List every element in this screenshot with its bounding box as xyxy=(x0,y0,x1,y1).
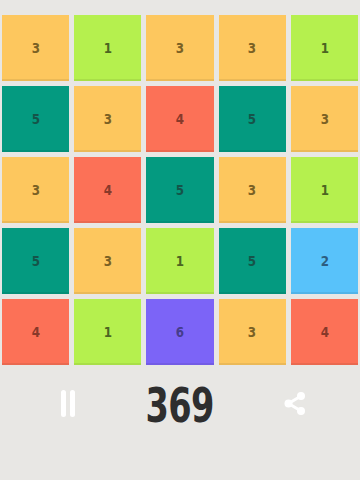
tile-r2c1[interactable]: 5 xyxy=(2,86,69,152)
tile-r2c4[interactable]: 5 xyxy=(219,86,286,152)
tile-r2c2[interactable]: 3 xyxy=(74,86,141,152)
tile-value: 3 xyxy=(320,111,328,127)
tile-value: 5 xyxy=(248,111,256,127)
tile-r5c3[interactable]: 6 xyxy=(146,299,213,365)
tile-r5c1[interactable]: 4 xyxy=(2,299,69,365)
tile-value: 5 xyxy=(31,111,39,127)
tile-value: 1 xyxy=(320,182,328,198)
tile-r4c1[interactable]: 5 xyxy=(2,228,69,294)
tile-value: 1 xyxy=(176,253,184,269)
tile-value: 3 xyxy=(248,40,256,56)
tile-r4c4[interactable]: 5 xyxy=(219,228,286,294)
tile-r5c4[interactable]: 3 xyxy=(219,299,286,365)
footer-bar: 369 xyxy=(0,368,360,480)
tile-r5c5[interactable]: 4 xyxy=(291,299,358,365)
tile-value: 2 xyxy=(320,253,328,269)
tile-value: 3 xyxy=(104,111,112,127)
tile-r3c5[interactable]: 1 xyxy=(291,157,358,223)
tile-value: 3 xyxy=(104,253,112,269)
tile-r1c4[interactable]: 3 xyxy=(219,15,286,81)
tile-value: 3 xyxy=(176,40,184,56)
tile-value: 5 xyxy=(248,253,256,269)
tile-value: 5 xyxy=(176,182,184,198)
tile-value: 5 xyxy=(31,253,39,269)
tile-value: 1 xyxy=(104,324,112,340)
tile-r1c3[interactable]: 3 xyxy=(146,15,213,81)
tile-value: 4 xyxy=(31,324,39,340)
tile-r1c2[interactable]: 1 xyxy=(74,15,141,81)
tile-value: 4 xyxy=(176,111,184,127)
tile-r2c3[interactable]: 4 xyxy=(146,86,213,152)
tile-r2c5[interactable]: 3 xyxy=(291,86,358,152)
board: 3133153453345315315241634 xyxy=(2,15,358,365)
tile-value: 1 xyxy=(104,40,112,56)
tile-value: 6 xyxy=(176,324,184,340)
tile-value: 3 xyxy=(31,40,39,56)
tile-r3c2[interactable]: 4 xyxy=(74,157,141,223)
share-icon xyxy=(282,390,308,417)
tile-r4c5[interactable]: 2 xyxy=(291,228,358,294)
tile-value: 3 xyxy=(248,182,256,198)
tile-r5c2[interactable]: 1 xyxy=(74,299,141,365)
tile-value: 3 xyxy=(248,324,256,340)
tile-r3c3[interactable]: 5 xyxy=(146,157,213,223)
tile-value: 4 xyxy=(320,324,328,340)
tile-r3c4[interactable]: 3 xyxy=(219,157,286,223)
share-button[interactable] xyxy=(280,388,310,418)
tile-value: 1 xyxy=(320,40,328,56)
tile-r4c3[interactable]: 1 xyxy=(146,228,213,294)
score-value: 369 xyxy=(146,380,214,430)
tile-r3c1[interactable]: 3 xyxy=(2,157,69,223)
tile-r4c2[interactable]: 3 xyxy=(74,228,141,294)
tile-r1c5[interactable]: 1 xyxy=(291,15,358,81)
tile-value: 4 xyxy=(104,182,112,198)
tile-r1c1[interactable]: 3 xyxy=(2,15,69,81)
tile-value: 3 xyxy=(31,182,39,198)
game-screen: 3133153453345315315241634 369 xyxy=(0,0,360,480)
